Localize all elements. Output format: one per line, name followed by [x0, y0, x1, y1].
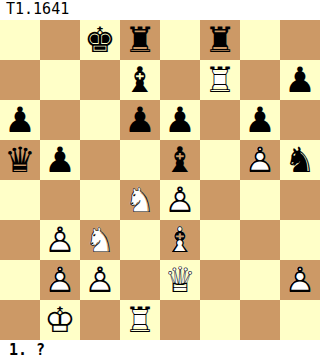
square-d6[interactable]: ♟ — [120, 100, 160, 140]
piece-fill: ♟ — [240, 140, 280, 180]
piece-outline: ♙ — [80, 260, 120, 300]
piece-outline: ♙ — [280, 260, 320, 300]
square-a6[interactable]: ♟ — [0, 100, 40, 140]
white-rook[interactable]: ♜♖ — [120, 300, 160, 340]
square-e5[interactable]: ♝ — [160, 140, 200, 180]
piece-glyph: ♜ — [120, 20, 160, 60]
piece-outline: ♕ — [160, 260, 200, 300]
square-d8[interactable]: ♜ — [120, 20, 160, 60]
square-g7[interactable] — [240, 60, 280, 100]
piece-outline: ♘ — [120, 180, 160, 220]
square-h5[interactable]: ♞ — [280, 140, 320, 180]
square-f6[interactable] — [200, 100, 240, 140]
white-pawn[interactable]: ♟♙ — [280, 260, 320, 300]
move-prompt: 1. ? — [0, 340, 320, 360]
square-c5[interactable] — [80, 140, 120, 180]
piece-glyph: ♟ — [120, 100, 160, 140]
square-c7[interactable] — [80, 60, 120, 100]
square-f3[interactable] — [200, 220, 240, 260]
square-f5[interactable] — [200, 140, 240, 180]
square-c3[interactable]: ♞♘ — [80, 220, 120, 260]
piece-glyph: ♛ — [0, 140, 40, 180]
white-knight[interactable]: ♞♘ — [120, 180, 160, 220]
square-d4[interactable]: ♞♘ — [120, 180, 160, 220]
square-g3[interactable] — [240, 220, 280, 260]
square-g2[interactable] — [240, 260, 280, 300]
square-c4[interactable] — [80, 180, 120, 220]
white-knight[interactable]: ♞♘ — [80, 220, 120, 260]
white-pawn[interactable]: ♟♙ — [80, 260, 120, 300]
square-f2[interactable] — [200, 260, 240, 300]
white-pawn[interactable]: ♟♙ — [40, 220, 80, 260]
piece-glyph: ♚ — [80, 20, 120, 60]
white-bishop[interactable]: ♝♗ — [160, 220, 200, 260]
square-e3[interactable]: ♝♗ — [160, 220, 200, 260]
square-f1[interactable] — [200, 300, 240, 340]
piece-outline: ♙ — [160, 180, 200, 220]
chess-board: ♚♜♜♝♜♖♟♟♟♟♟♛♟♝♟♙♞♞♘♟♙♟♙♞♘♝♗♟♙♟♙♛♕♟♙♚♔♜♖ — [0, 20, 320, 340]
black-king[interactable]: ♚ — [80, 20, 120, 60]
square-a8[interactable] — [0, 20, 40, 60]
black-pawn[interactable]: ♟ — [120, 100, 160, 140]
square-g5[interactable]: ♟♙ — [240, 140, 280, 180]
piece-glyph: ♝ — [120, 60, 160, 100]
square-a2[interactable] — [0, 260, 40, 300]
square-a5[interactable]: ♛ — [0, 140, 40, 180]
square-d5[interactable] — [120, 140, 160, 180]
square-h2[interactable]: ♟♙ — [280, 260, 320, 300]
square-h4[interactable] — [280, 180, 320, 220]
piece-outline: ♖ — [200, 60, 240, 100]
square-g4[interactable] — [240, 180, 280, 220]
piece-fill: ♝ — [160, 220, 200, 260]
white-rook[interactable]: ♜♖ — [200, 60, 240, 100]
square-a4[interactable] — [0, 180, 40, 220]
piece-glyph: ♜ — [200, 20, 240, 60]
piece-fill: ♟ — [280, 260, 320, 300]
piece-outline: ♘ — [80, 220, 120, 260]
square-g6[interactable]: ♟ — [240, 100, 280, 140]
square-f7[interactable]: ♜♖ — [200, 60, 240, 100]
piece-glyph: ♝ — [160, 140, 200, 180]
square-g8[interactable] — [240, 20, 280, 60]
white-pawn[interactable]: ♟♙ — [240, 140, 280, 180]
piece-fill: ♟ — [40, 260, 80, 300]
black-pawn[interactable]: ♟ — [160, 100, 200, 140]
square-f8[interactable]: ♜ — [200, 20, 240, 60]
white-pawn[interactable]: ♟♙ — [40, 260, 80, 300]
white-queen[interactable]: ♛♕ — [160, 260, 200, 300]
black-pawn[interactable]: ♟ — [40, 140, 80, 180]
square-d2[interactable] — [120, 260, 160, 300]
square-b4[interactable] — [40, 180, 80, 220]
piece-outline: ♗ — [160, 220, 200, 260]
square-a7[interactable] — [0, 60, 40, 100]
piece-outline: ♖ — [120, 300, 160, 340]
square-e4[interactable]: ♟♙ — [160, 180, 200, 220]
piece-fill: ♜ — [120, 300, 160, 340]
black-knight[interactable]: ♞ — [280, 140, 320, 180]
piece-glyph: ♟ — [280, 60, 320, 100]
square-b7[interactable] — [40, 60, 80, 100]
piece-glyph: ♟ — [240, 100, 280, 140]
square-b5[interactable]: ♟ — [40, 140, 80, 180]
piece-glyph: ♞ — [280, 140, 320, 180]
black-rook[interactable]: ♜ — [200, 20, 240, 60]
square-b3[interactable]: ♟♙ — [40, 220, 80, 260]
square-h7[interactable]: ♟ — [280, 60, 320, 100]
square-b1[interactable]: ♚♔ — [40, 300, 80, 340]
square-h1[interactable] — [280, 300, 320, 340]
piece-fill: ♟ — [80, 260, 120, 300]
square-e6[interactable]: ♟ — [160, 100, 200, 140]
piece-fill: ♞ — [80, 220, 120, 260]
square-a1[interactable] — [0, 300, 40, 340]
square-b6[interactable] — [40, 100, 80, 140]
piece-fill: ♜ — [200, 60, 240, 100]
piece-outline: ♙ — [240, 140, 280, 180]
piece-fill: ♚ — [40, 300, 80, 340]
black-pawn[interactable]: ♟ — [0, 100, 40, 140]
black-pawn[interactable]: ♟ — [240, 100, 280, 140]
square-d3[interactable] — [120, 220, 160, 260]
square-e8[interactable] — [160, 20, 200, 60]
square-e2[interactable]: ♛♕ — [160, 260, 200, 300]
piece-fill: ♟ — [160, 180, 200, 220]
piece-fill: ♞ — [120, 180, 160, 220]
square-a3[interactable] — [0, 220, 40, 260]
black-pawn[interactable]: ♟ — [280, 60, 320, 100]
square-d1[interactable]: ♜♖ — [120, 300, 160, 340]
square-b2[interactable]: ♟♙ — [40, 260, 80, 300]
piece-glyph: ♟ — [160, 100, 200, 140]
black-bishop[interactable]: ♝ — [160, 140, 200, 180]
square-c8[interactable]: ♚ — [80, 20, 120, 60]
piece-outline: ♙ — [40, 220, 80, 260]
puzzle-title: T1.1641 — [0, 0, 320, 20]
piece-glyph: ♟ — [0, 100, 40, 140]
piece-glyph: ♟ — [40, 140, 80, 180]
piece-fill: ♟ — [40, 220, 80, 260]
piece-fill: ♛ — [160, 260, 200, 300]
square-e7[interactable] — [160, 60, 200, 100]
black-bishop[interactable]: ♝ — [120, 60, 160, 100]
piece-outline: ♔ — [40, 300, 80, 340]
square-c6[interactable] — [80, 100, 120, 140]
square-f4[interactable] — [200, 180, 240, 220]
square-b8[interactable] — [40, 20, 80, 60]
square-h6[interactable] — [280, 100, 320, 140]
square-d7[interactable]: ♝ — [120, 60, 160, 100]
square-h3[interactable] — [280, 220, 320, 260]
square-e1[interactable] — [160, 300, 200, 340]
black-rook[interactable]: ♜ — [120, 20, 160, 60]
white-pawn[interactable]: ♟♙ — [160, 180, 200, 220]
square-h8[interactable] — [280, 20, 320, 60]
piece-outline: ♙ — [40, 260, 80, 300]
white-king[interactable]: ♚♔ — [40, 300, 80, 340]
black-queen[interactable]: ♛ — [0, 140, 40, 180]
square-g1[interactable] — [240, 300, 280, 340]
square-c2[interactable]: ♟♙ — [80, 260, 120, 300]
square-c1[interactable] — [80, 300, 120, 340]
